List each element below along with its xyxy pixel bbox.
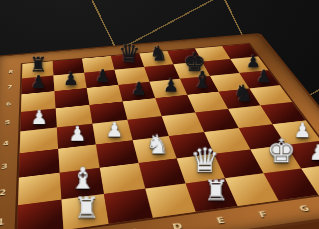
piece-white-pawn-h2[interactable]: ♟ [308, 142, 319, 163]
square-b1[interactable]: ♜ [62, 194, 109, 229]
file-label-e: E [198, 213, 246, 229]
piece-black-bishop-f6[interactable]: ♝ [192, 68, 213, 91]
board-3d-wrapper: ♜♛♞♟♟♟♚♟♟♟♝♟♟♞♟♟♞♟♝♛♚♟♜♜ ABCDEFGH 123456… [0, 33, 319, 229]
file-label-d: D [155, 219, 203, 229]
piece-black-pawn-e6[interactable]: ♟ [163, 77, 179, 95]
square-b4[interactable]: ♟ [57, 124, 96, 149]
piece-black-knight-e8[interactable]: ♞ [149, 44, 167, 64]
rank-labels: 12345678 [0, 64, 20, 229]
piece-black-pawn-c7[interactable]: ♟ [95, 67, 110, 84]
piece-white-queen-e2[interactable]: ♛ [189, 144, 219, 178]
piece-black-pawn-a7[interactable]: ♟ [30, 73, 46, 91]
piece-black-pawn-h6[interactable]: ♟ [256, 68, 271, 85]
file-label-f: F [241, 207, 289, 225]
rank-label-2: 2 [0, 178, 15, 209]
piece-white-pawn-c4[interactable]: ♟ [105, 120, 123, 140]
rank-label-7: 7 [0, 79, 19, 97]
piece-black-knight-g5[interactable]: ♞ [233, 82, 254, 105]
piece-white-knight-d3[interactable]: ♞ [145, 131, 169, 158]
piece-white-pawn-a5[interactable]: ♟ [30, 108, 47, 127]
piece-black-queen-d8[interactable]: ♛ [118, 42, 140, 67]
square-e6[interactable]: ♟ [150, 79, 188, 98]
file-label-c: C [110, 225, 158, 229]
rank-label-5: 5 [0, 112, 18, 134]
rank-label-6: 6 [0, 95, 19, 115]
piece-white-king-g2[interactable]: ♚ [266, 135, 295, 168]
square-e5[interactable] [155, 95, 195, 116]
piece-black-pawn-b7[interactable]: ♟ [63, 70, 79, 87]
piece-white-rook-e1[interactable]: ♜ [203, 177, 228, 205]
square-a3[interactable] [19, 149, 60, 178]
piece-white-rook-b1[interactable]: ♜ [73, 194, 99, 224]
piece-black-pawn-d6[interactable]: ♟ [130, 80, 146, 98]
chess-board-frame: ♜♛♞♟♟♟♚♟♟♟♝♟♟♞♟♟♞♟♝♛♚♟♜♜ ABCDEFGH 123456… [0, 33, 319, 229]
rank-label-8: 8 [1, 64, 20, 80]
rank-label-3: 3 [0, 154, 16, 181]
square-f6[interactable]: ♝ [180, 76, 219, 95]
squares: ♜♛♞♟♟♟♚♟♟♟♝♟♟♞♟♟♞♟♝♛♚♟♜♜ [17, 44, 319, 229]
chess-game-scene: ♜♛♞♟♟♟♚♟♟♟♝♟♟♞♟♟♞♟♝♛♚♟♜♜ ABCDEFGH 123456… [0, 0, 319, 229]
rank-label-4: 4 [0, 132, 17, 156]
piece-white-pawn-b4[interactable]: ♟ [68, 124, 86, 144]
piece-white-bishop-b2[interactable]: ♝ [69, 163, 96, 193]
file-label-g: G [282, 201, 319, 219]
rank-label-1: 1 [0, 206, 14, 229]
square-c1[interactable] [104, 189, 153, 224]
square-a1[interactable] [17, 200, 63, 229]
